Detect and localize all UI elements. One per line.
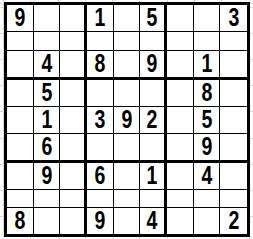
cell-r2c9[interactable] <box>220 32 247 51</box>
cell-r1c9[interactable]: 3 <box>220 5 247 32</box>
cell-r5c3[interactable] <box>60 107 87 134</box>
cell-r3c8[interactable]: 1 <box>194 51 221 80</box>
given-digit: 8 <box>94 51 105 77</box>
given-digit: 5 <box>201 107 212 133</box>
cell-r7c6[interactable]: 1 <box>140 163 167 190</box>
cell-r9c7[interactable] <box>167 208 194 234</box>
cell-r9c5[interactable] <box>114 208 141 234</box>
given-digit: 6 <box>94 163 105 189</box>
given-digit: 2 <box>147 107 158 133</box>
cell-r1c6[interactable]: 5 <box>140 5 167 32</box>
cell-r6c1[interactable] <box>7 134 34 163</box>
cell-r6c4[interactable] <box>87 134 114 163</box>
cell-r4c7[interactable] <box>167 80 194 107</box>
given-digit: 9 <box>94 208 105 234</box>
cell-r7c1[interactable] <box>7 163 34 190</box>
given-digit: 3 <box>94 107 105 133</box>
cell-r3c7[interactable] <box>167 51 194 80</box>
sudoku-canvas: 9153489158139256996148942 <box>0 0 253 239</box>
cell-r1c8[interactable] <box>194 5 221 32</box>
cell-r1c7[interactable] <box>167 5 194 32</box>
cell-r4c3[interactable] <box>60 80 87 107</box>
given-digit: 2 <box>228 208 239 234</box>
cell-r9c9[interactable]: 2 <box>220 208 247 234</box>
given-digit: 8 <box>14 208 25 234</box>
given-digit: 4 <box>41 51 52 77</box>
cell-r4c8[interactable]: 8 <box>194 80 221 107</box>
cell-r3c2[interactable]: 4 <box>34 51 61 80</box>
cell-r9c3[interactable] <box>60 208 87 234</box>
given-digit: 9 <box>14 5 25 31</box>
cell-r8c2[interactable] <box>34 190 61 209</box>
given-digit: 9 <box>41 163 52 189</box>
cell-r2c5[interactable] <box>114 32 141 51</box>
cell-r8c5[interactable] <box>114 190 141 209</box>
cell-r4c1[interactable] <box>7 80 34 107</box>
cell-r5c4[interactable]: 3 <box>87 107 114 134</box>
cell-r6c7[interactable] <box>167 134 194 163</box>
cell-r6c9[interactable] <box>220 134 247 163</box>
cell-r9c4[interactable]: 9 <box>87 208 114 234</box>
cell-r9c2[interactable] <box>34 208 61 234</box>
cell-r3c1[interactable] <box>7 51 34 80</box>
given-digit: 1 <box>94 5 105 31</box>
cell-r2c7[interactable] <box>167 32 194 51</box>
cell-r7c3[interactable] <box>60 163 87 190</box>
cell-r6c2[interactable]: 6 <box>34 134 61 163</box>
cell-r9c8[interactable] <box>194 208 221 234</box>
cell-r4c9[interactable] <box>220 80 247 107</box>
cell-r1c5[interactable] <box>114 5 141 32</box>
cell-r7c2[interactable]: 9 <box>34 163 61 190</box>
cell-r1c2[interactable] <box>34 5 61 32</box>
given-digit: 6 <box>41 134 52 160</box>
cell-r3c6[interactable]: 9 <box>140 51 167 80</box>
cell-r5c6[interactable]: 2 <box>140 107 167 134</box>
sudoku-board: 9153489158139256996148942 <box>4 2 250 237</box>
cell-r7c8[interactable]: 4 <box>194 163 221 190</box>
cell-r8c8[interactable] <box>194 190 221 209</box>
cell-r5c5[interactable]: 9 <box>114 107 141 134</box>
cell-r7c7[interactable] <box>167 163 194 190</box>
cell-r5c9[interactable] <box>220 107 247 134</box>
cell-r5c7[interactable] <box>167 107 194 134</box>
given-digit: 8 <box>201 80 212 106</box>
cell-r4c4[interactable] <box>87 80 114 107</box>
cell-r5c1[interactable] <box>7 107 34 134</box>
cell-r2c3[interactable] <box>60 32 87 51</box>
given-digit: 5 <box>41 80 52 106</box>
given-digit: 9 <box>147 51 158 77</box>
cell-r4c2[interactable]: 5 <box>34 80 61 107</box>
cell-r8c7[interactable] <box>167 190 194 209</box>
cell-r3c3[interactable] <box>60 51 87 80</box>
cell-r5c2[interactable]: 1 <box>34 107 61 134</box>
given-digit: 4 <box>147 208 158 234</box>
cell-r3c9[interactable] <box>220 51 247 80</box>
given-digit: 9 <box>121 107 132 133</box>
cell-r6c3[interactable] <box>60 134 87 163</box>
cell-r1c3[interactable] <box>60 5 87 32</box>
cell-r6c6[interactable] <box>140 134 167 163</box>
cell-r4c5[interactable] <box>114 80 141 107</box>
cell-r6c8[interactable]: 9 <box>194 134 221 163</box>
given-digit: 1 <box>147 163 158 189</box>
cell-r4c6[interactable] <box>140 80 167 107</box>
given-digit: 9 <box>201 134 212 160</box>
cell-r1c1[interactable]: 9 <box>7 5 34 32</box>
cell-r5c8[interactable]: 5 <box>194 107 221 134</box>
cell-r8c3[interactable] <box>60 190 87 209</box>
cell-r6c5[interactable] <box>114 134 141 163</box>
cell-r7c5[interactable] <box>114 163 141 190</box>
cell-r3c4[interactable]: 8 <box>87 51 114 80</box>
given-digit: 1 <box>201 51 212 77</box>
cell-r9c6[interactable]: 4 <box>140 208 167 234</box>
given-digit: 1 <box>41 107 52 133</box>
given-digit: 5 <box>147 5 158 31</box>
cell-r7c9[interactable] <box>220 163 247 190</box>
cell-r2c1[interactable] <box>7 32 34 51</box>
cell-r3c5[interactable] <box>114 51 141 80</box>
cell-r9c1[interactable]: 8 <box>7 208 34 234</box>
cell-r7c4[interactable]: 6 <box>87 163 114 190</box>
cell-r1c4[interactable]: 1 <box>87 5 114 32</box>
given-digit: 4 <box>201 163 212 189</box>
given-digit: 3 <box>228 5 239 31</box>
